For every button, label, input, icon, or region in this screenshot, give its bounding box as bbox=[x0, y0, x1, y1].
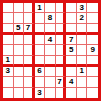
cell-r8c5[interactable] bbox=[45, 77, 56, 87]
cell-r6c6[interactable] bbox=[56, 56, 67, 67]
cell-r9c2[interactable] bbox=[14, 88, 25, 98]
cell-r9c5[interactable] bbox=[45, 88, 56, 98]
cell-r7c3[interactable] bbox=[24, 67, 35, 77]
cell-r4c7[interactable]: 7 bbox=[66, 35, 77, 45]
cell-r6c5[interactable] bbox=[45, 56, 56, 67]
cell-r9c6[interactable] bbox=[56, 88, 67, 98]
cell-r9c1[interactable] bbox=[3, 88, 14, 98]
cell-r1c3[interactable] bbox=[24, 3, 35, 13]
cell-r5c5[interactable] bbox=[45, 45, 56, 55]
cell-r7c8[interactable]: 1 bbox=[77, 67, 88, 77]
cell-r6c2[interactable] bbox=[14, 56, 25, 67]
cell-r6c1[interactable]: 1 bbox=[3, 56, 14, 67]
cell-r4c8[interactable] bbox=[77, 35, 88, 45]
cell-r1c4[interactable]: 1 bbox=[35, 3, 46, 13]
cell-r1c1[interactable] bbox=[3, 3, 14, 13]
cell-r3c6[interactable] bbox=[56, 24, 67, 35]
cell-r7c1[interactable]: 3 bbox=[3, 67, 14, 77]
cell-r5c9[interactable]: 9 bbox=[87, 45, 98, 55]
cell-r4c9[interactable] bbox=[87, 35, 98, 45]
cell-r2c6[interactable] bbox=[56, 13, 67, 23]
cell-r2c1[interactable] bbox=[3, 13, 14, 23]
cell-r8c6[interactable]: 7 bbox=[56, 77, 67, 87]
cell-r8c8[interactable] bbox=[77, 77, 88, 87]
cell-r6c7[interactable] bbox=[66, 56, 77, 67]
cell-r7c9[interactable] bbox=[87, 67, 98, 77]
cell-r3c4[interactable] bbox=[35, 24, 46, 35]
cell-r9c7[interactable] bbox=[66, 88, 77, 98]
cell-r6c4[interactable] bbox=[35, 56, 46, 67]
cell-r6c3[interactable] bbox=[24, 56, 35, 67]
cell-r4c1[interactable] bbox=[3, 35, 14, 45]
cell-r3c1[interactable] bbox=[3, 24, 14, 35]
cell-r5c2[interactable] bbox=[14, 45, 25, 55]
cell-r1c8[interactable]: 3 bbox=[77, 3, 88, 13]
cell-r4c4[interactable] bbox=[35, 35, 46, 45]
cell-r2c4[interactable] bbox=[35, 13, 46, 23]
cell-r5c3[interactable] bbox=[24, 45, 35, 55]
cell-r5c8[interactable] bbox=[77, 45, 88, 55]
cell-r4c3[interactable] bbox=[24, 35, 35, 45]
cell-r2c7[interactable] bbox=[66, 13, 77, 23]
cell-r9c9[interactable] bbox=[87, 88, 98, 98]
cell-r2c5[interactable]: 8 bbox=[45, 13, 56, 23]
cell-r8c9[interactable] bbox=[87, 77, 98, 87]
cell-r1c2[interactable] bbox=[14, 3, 25, 13]
cell-r3c2[interactable]: 5 bbox=[14, 24, 25, 35]
cell-r9c4[interactable]: 3 bbox=[35, 88, 46, 98]
sudoku-puzzle: 13825747591361743 bbox=[0, 0, 101, 101]
cell-r3c7[interactable] bbox=[66, 24, 77, 35]
cell-r4c2[interactable] bbox=[14, 35, 25, 45]
cell-r5c6[interactable] bbox=[56, 45, 67, 55]
cell-r1c9[interactable] bbox=[87, 3, 98, 13]
cell-r5c4[interactable] bbox=[35, 45, 46, 55]
cell-r8c1[interactable] bbox=[3, 77, 14, 87]
cell-r5c7[interactable]: 5 bbox=[66, 45, 77, 55]
cell-r4c6[interactable] bbox=[56, 35, 67, 45]
cell-r9c8[interactable] bbox=[77, 88, 88, 98]
cell-r6c9[interactable] bbox=[87, 56, 98, 67]
cell-r1c6[interactable] bbox=[56, 3, 67, 13]
cell-r8c3[interactable] bbox=[24, 77, 35, 87]
cell-r6c8[interactable] bbox=[77, 56, 88, 67]
cell-r3c9[interactable] bbox=[87, 24, 98, 35]
cell-r3c5[interactable] bbox=[45, 24, 56, 35]
cell-r3c8[interactable] bbox=[77, 24, 88, 35]
cell-r4c5[interactable]: 4 bbox=[45, 35, 56, 45]
cell-r2c9[interactable] bbox=[87, 13, 98, 23]
sudoku-board: 13825747591361743 bbox=[0, 0, 101, 101]
cell-r8c2[interactable] bbox=[14, 77, 25, 87]
cell-r7c4[interactable]: 6 bbox=[35, 67, 46, 77]
cell-r8c4[interactable] bbox=[35, 77, 46, 87]
cell-r9c3[interactable] bbox=[24, 88, 35, 98]
cell-r1c7[interactable] bbox=[66, 3, 77, 13]
cell-r2c8[interactable]: 2 bbox=[77, 13, 88, 23]
cell-r7c7[interactable] bbox=[66, 67, 77, 77]
cell-r8c7[interactable]: 4 bbox=[66, 77, 77, 87]
cell-r7c6[interactable] bbox=[56, 67, 67, 77]
cell-r1c5[interactable] bbox=[45, 3, 56, 13]
cell-r7c2[interactable] bbox=[14, 67, 25, 77]
cell-r3c3[interactable]: 7 bbox=[24, 24, 35, 35]
cell-r7c5[interactable] bbox=[45, 67, 56, 77]
